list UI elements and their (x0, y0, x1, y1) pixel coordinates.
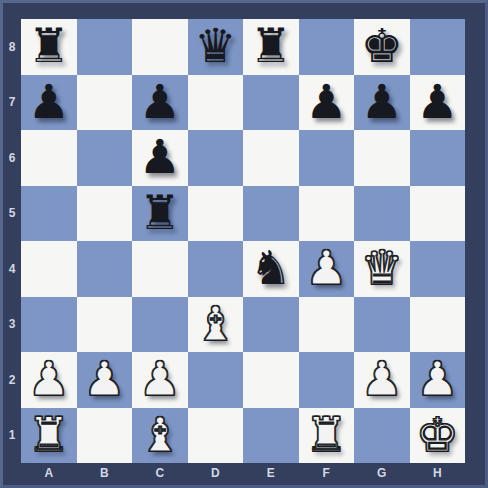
square-a4[interactable] (21, 241, 77, 297)
square-h5[interactable] (410, 186, 466, 242)
square-f2[interactable] (299, 352, 355, 408)
square-c8[interactable] (132, 19, 188, 75)
square-a2[interactable]: ♟ (21, 352, 77, 408)
square-b6[interactable] (77, 130, 133, 186)
square-b4[interactable] (77, 241, 133, 297)
board: ♜♛♜♚♟♟♟♟♟♟♜♞♟♛♝♟♟♟♟♟♜♝♜♚ (21, 19, 465, 463)
square-g5[interactable] (354, 186, 410, 242)
square-f5[interactable] (299, 186, 355, 242)
square-a1[interactable]: ♜ (21, 408, 77, 464)
file-label-d: D (188, 463, 244, 485)
square-a3[interactable] (21, 297, 77, 353)
rank-label-7: 7 (3, 75, 21, 131)
rank-label-2: 2 (3, 352, 21, 408)
white-pawn-a2[interactable]: ♟ (28, 355, 70, 402)
white-bishop-d3[interactable]: ♝ (194, 300, 236, 347)
file-coordinates: ABCDEFGH (21, 463, 465, 485)
rank-label-5: 5 (3, 186, 21, 242)
square-f6[interactable] (299, 130, 355, 186)
square-g2[interactable]: ♟ (354, 352, 410, 408)
rank-label-6: 6 (3, 130, 21, 186)
square-f8[interactable] (299, 19, 355, 75)
square-d3[interactable]: ♝ (188, 297, 244, 353)
square-d5[interactable] (188, 186, 244, 242)
square-g3[interactable] (354, 297, 410, 353)
square-e4[interactable]: ♞ (243, 241, 299, 297)
white-pawn-g2[interactable]: ♟ (361, 355, 403, 402)
square-e7[interactable] (243, 75, 299, 131)
square-b8[interactable] (77, 19, 133, 75)
square-a7[interactable]: ♟ (21, 75, 77, 131)
square-b2[interactable]: ♟ (77, 352, 133, 408)
rank-label-3: 3 (3, 297, 21, 353)
white-king-h1[interactable]: ♚ (416, 411, 458, 458)
white-pawn-h2[interactable]: ♟ (416, 355, 458, 402)
white-pawn-c2[interactable]: ♟ (139, 355, 181, 402)
square-e1[interactable] (243, 408, 299, 464)
black-pawn-h7[interactable]: ♟ (416, 78, 458, 125)
square-a8[interactable]: ♜ (21, 19, 77, 75)
square-b3[interactable] (77, 297, 133, 353)
square-g4[interactable]: ♛ (354, 241, 410, 297)
file-label-b: B (77, 463, 133, 485)
square-h2[interactable]: ♟ (410, 352, 466, 408)
rank-coordinates: 87654321 (3, 19, 21, 463)
square-d2[interactable] (188, 352, 244, 408)
square-f3[interactable] (299, 297, 355, 353)
square-h1[interactable]: ♚ (410, 408, 466, 464)
rank-label-1: 1 (3, 408, 21, 464)
black-king-g8[interactable]: ♚ (361, 22, 403, 69)
black-pawn-g7[interactable]: ♟ (361, 78, 403, 125)
square-c3[interactable] (132, 297, 188, 353)
square-g8[interactable]: ♚ (354, 19, 410, 75)
file-label-g: G (354, 463, 410, 485)
black-rook-a8[interactable]: ♜ (28, 22, 70, 69)
square-d4[interactable] (188, 241, 244, 297)
square-e8[interactable]: ♜ (243, 19, 299, 75)
square-h3[interactable] (410, 297, 466, 353)
file-label-h: H (410, 463, 466, 485)
square-e3[interactable] (243, 297, 299, 353)
black-rook-e8[interactable]: ♜ (250, 22, 292, 69)
square-a6[interactable] (21, 130, 77, 186)
square-b7[interactable] (77, 75, 133, 131)
black-pawn-c6[interactable]: ♟ (139, 133, 181, 180)
file-label-a: A (21, 463, 77, 485)
square-h8[interactable] (410, 19, 466, 75)
square-c2[interactable]: ♟ (132, 352, 188, 408)
black-queen-d8[interactable]: ♛ (194, 22, 236, 69)
square-f4[interactable]: ♟ (299, 241, 355, 297)
white-pawn-b2[interactable]: ♟ (83, 355, 125, 402)
black-rook-c5[interactable]: ♜ (139, 189, 181, 236)
square-e2[interactable] (243, 352, 299, 408)
white-pawn-f4[interactable]: ♟ (305, 244, 347, 291)
square-c4[interactable] (132, 241, 188, 297)
file-label-f: F (299, 463, 355, 485)
chess-board-widget: 87654321 ♜♛♜♚♟♟♟♟♟♟♜♞♟♛♝♟♟♟♟♟♜♝♜♚ ABCDEF… (0, 0, 488, 488)
square-d8[interactable]: ♛ (188, 19, 244, 75)
square-h4[interactable] (410, 241, 466, 297)
white-queen-g4[interactable]: ♛ (361, 244, 403, 291)
square-d1[interactable] (188, 408, 244, 464)
black-pawn-c7[interactable]: ♟ (139, 78, 181, 125)
square-c5[interactable]: ♜ (132, 186, 188, 242)
square-c6[interactable]: ♟ (132, 130, 188, 186)
black-pawn-a7[interactable]: ♟ (28, 78, 70, 125)
white-rook-a1[interactable]: ♜ (28, 411, 70, 458)
file-label-e: E (243, 463, 299, 485)
square-g7[interactable]: ♟ (354, 75, 410, 131)
square-e6[interactable] (243, 130, 299, 186)
square-g6[interactable] (354, 130, 410, 186)
square-f7[interactable]: ♟ (299, 75, 355, 131)
file-label-c: C (132, 463, 188, 485)
square-b1[interactable] (77, 408, 133, 464)
square-c1[interactable]: ♝ (132, 408, 188, 464)
black-knight-e4[interactable]: ♞ (250, 244, 292, 291)
rank-label-8: 8 (3, 19, 21, 75)
square-c7[interactable]: ♟ (132, 75, 188, 131)
white-rook-f1[interactable]: ♜ (305, 411, 347, 458)
square-a5[interactable] (21, 186, 77, 242)
black-pawn-f7[interactable]: ♟ (305, 78, 347, 125)
square-e5[interactable] (243, 186, 299, 242)
square-h6[interactable] (410, 130, 466, 186)
square-d7[interactable] (188, 75, 244, 131)
square-f1[interactable]: ♜ (299, 408, 355, 464)
rank-label-4: 4 (3, 241, 21, 297)
square-d6[interactable] (188, 130, 244, 186)
white-bishop-c1[interactable]: ♝ (139, 411, 181, 458)
square-g1[interactable] (354, 408, 410, 464)
square-h7[interactable]: ♟ (410, 75, 466, 131)
square-b5[interactable] (77, 186, 133, 242)
